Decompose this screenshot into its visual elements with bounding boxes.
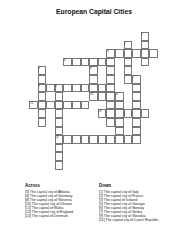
grid-cell[interactable]	[38, 109, 47, 118]
grid-cell[interactable]	[132, 109, 141, 118]
grid-cell[interactable]	[72, 58, 81, 67]
grid-cell[interactable]	[46, 101, 55, 110]
grid-cell[interactable]	[63, 135, 72, 144]
grid-cell[interactable]	[132, 135, 141, 144]
grid-cell[interactable]	[55, 109, 64, 118]
grid-cell[interactable]	[124, 58, 133, 67]
grid-cell[interactable]: 4	[63, 58, 72, 67]
clue-number: 11	[115, 92, 118, 95]
clue-number: 10	[90, 92, 93, 95]
grid-cell[interactable]	[106, 92, 115, 101]
grid-cell[interactable]	[106, 75, 115, 84]
clue-number: 4	[64, 58, 66, 61]
grid-cell[interactable]: 7	[132, 75, 141, 84]
grid-cell[interactable]: 2	[124, 41, 133, 50]
grid-cell[interactable]	[124, 109, 133, 118]
grid-cell[interactable]	[98, 58, 107, 67]
down-clues-list: [1] The capital city of Italy[2] The cap…	[99, 189, 175, 222]
grid-cell[interactable]	[115, 109, 124, 118]
page-title: European Capital Cities	[56, 8, 132, 16]
grid-cell[interactable]	[106, 109, 115, 118]
grid-cell[interactable]: 11	[115, 92, 124, 101]
clue-number: 3	[107, 49, 109, 52]
clue-number: 2	[124, 41, 126, 44]
grid-cell[interactable]: 10	[89, 92, 98, 101]
across-clues-section: Across [3] The capital city of Albania[4…	[25, 183, 101, 218]
grid-cell[interactable]	[72, 135, 81, 144]
grid-cell[interactable]	[81, 84, 90, 93]
grid-cell[interactable]: 13	[98, 109, 107, 118]
grid-cell[interactable]	[115, 101, 124, 110]
grid-cell[interactable]	[141, 109, 150, 118]
grid-cell[interactable]	[63, 101, 72, 110]
grid-cell[interactable]	[89, 75, 98, 84]
grid-cell[interactable]	[63, 84, 72, 93]
grid-cell[interactable]	[55, 152, 64, 161]
down-clues-section: Down [1] The capital city of Italy[2] Th…	[99, 183, 175, 222]
grid-cell[interactable]	[55, 101, 64, 110]
grid-cell[interactable]: 9	[55, 84, 64, 93]
grid-cell[interactable]	[124, 75, 133, 84]
grid-cell[interactable]	[98, 84, 107, 93]
down-clue: [11] The capital city of Czech Republic	[99, 218, 175, 222]
crossword-grid: 1234567891011121314	[29, 32, 158, 170]
grid-cell[interactable]	[38, 101, 47, 110]
grid-cell[interactable]	[46, 84, 55, 93]
grid-cell[interactable]	[106, 58, 115, 67]
grid-cell[interactable]	[115, 49, 124, 58]
grid-cell[interactable]	[132, 118, 141, 127]
grid-cell[interactable]	[81, 58, 90, 67]
grid-cell[interactable]	[72, 101, 81, 110]
grid-cell[interactable]	[55, 118, 64, 127]
grid-cell[interactable]	[124, 49, 133, 58]
clue-number: 12	[30, 101, 33, 104]
clue-number: 14	[55, 135, 58, 138]
grid-cell[interactable]	[55, 127, 64, 136]
grid-cell[interactable]: 5	[38, 66, 47, 75]
grid-cell[interactable]	[149, 49, 158, 58]
grid-cell[interactable]	[89, 84, 98, 93]
down-header: Down	[99, 183, 175, 188]
grid-cell[interactable]	[106, 84, 115, 93]
clue-number: 6	[90, 66, 92, 69]
grid-cell[interactable]	[106, 101, 115, 110]
grid-cell[interactable]: 6	[89, 66, 98, 75]
grid-cell[interactable]	[72, 84, 81, 93]
grid-cell[interactable]: 3	[106, 49, 115, 58]
grid-cell[interactable]	[115, 127, 124, 136]
grid-cell[interactable]: 1	[141, 32, 150, 41]
clue-number: 1	[141, 32, 143, 35]
grid-cell[interactable]	[132, 101, 141, 110]
title-bar: European Capital Cities	[0, 6, 188, 24]
across-clue: [14] The capital of Denmark	[25, 214, 101, 218]
grid-cell[interactable]	[106, 118, 115, 127]
grid-cell[interactable]	[141, 58, 150, 67]
clue-number: 5	[38, 66, 40, 69]
grid-cell[interactable]	[81, 101, 90, 110]
grid-cell[interactable]	[55, 144, 64, 153]
grid-cell[interactable]	[115, 118, 124, 127]
grid-cell[interactable]	[132, 84, 141, 93]
grid-cell[interactable]: 14	[55, 135, 64, 144]
clue-number: 13	[98, 109, 101, 112]
grid-cell[interactable]	[141, 41, 150, 50]
grid-cell[interactable]	[106, 135, 115, 144]
grid-cell[interactable]	[132, 92, 141, 101]
across-clues-list: [3] The capital city of Albania[4] The c…	[25, 189, 101, 217]
grid-cell[interactable]	[124, 135, 133, 144]
grid-cell[interactable]	[38, 92, 47, 101]
grid-cell[interactable]: 8	[38, 84, 47, 93]
grid-cell[interactable]	[38, 118, 47, 127]
grid-cell[interactable]	[55, 92, 64, 101]
grid-cell[interactable]	[132, 49, 141, 58]
grid-cell[interactable]	[141, 49, 150, 58]
grid-cell[interactable]	[132, 127, 141, 136]
clue-number: 8	[38, 84, 40, 87]
grid-cell[interactable]	[98, 92, 107, 101]
grid-cell[interactable]	[55, 161, 64, 170]
grid-cell[interactable]	[98, 135, 107, 144]
grid-cell[interactable]	[124, 66, 133, 75]
grid-cell[interactable]	[115, 135, 124, 144]
across-header: Across	[25, 183, 101, 188]
clue-number: 9	[55, 84, 57, 87]
grid-cell[interactable]: 12	[29, 101, 38, 110]
clue-number: 7	[133, 75, 135, 78]
grid-cell[interactable]	[89, 135, 98, 144]
grid-cell[interactable]	[81, 135, 90, 144]
grid-cell[interactable]	[38, 75, 47, 84]
grid-cell[interactable]	[106, 66, 115, 75]
